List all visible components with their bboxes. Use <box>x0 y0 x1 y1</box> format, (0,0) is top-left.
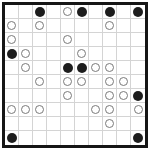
cell-r10c9[interactable] <box>117 131 131 145</box>
cell-r3c8[interactable] <box>103 33 117 47</box>
cell-r1c10[interactable] <box>131 5 145 19</box>
cell-r8c8[interactable] <box>103 103 117 117</box>
cell-r5c4[interactable] <box>47 61 61 75</box>
cell-r2c3[interactable] <box>33 19 47 33</box>
cell-r6c5[interactable] <box>61 75 75 89</box>
cell-r7c2[interactable] <box>19 89 33 103</box>
cell-r10c7[interactable] <box>89 131 103 145</box>
white-circle <box>7 21 16 30</box>
masyu-board <box>2 2 148 148</box>
white-circle <box>119 77 128 86</box>
cell-r10c10[interactable] <box>131 131 145 145</box>
cell-r1c1[interactable] <box>5 5 19 19</box>
cell-r9c9[interactable] <box>117 117 131 131</box>
cell-r3c5[interactable] <box>61 33 75 47</box>
cell-r7c3[interactable] <box>33 89 47 103</box>
cell-r9c4[interactable] <box>47 117 61 131</box>
cell-r3c9[interactable] <box>117 33 131 47</box>
cell-r2c6[interactable] <box>75 19 89 33</box>
cell-r6c8[interactable] <box>103 75 117 89</box>
cell-r10c2[interactable] <box>19 131 33 145</box>
cell-r3c7[interactable] <box>89 33 103 47</box>
cell-r2c1[interactable] <box>5 19 19 33</box>
cell-r4c5[interactable] <box>61 47 75 61</box>
cell-r1c5[interactable] <box>61 5 75 19</box>
cell-r2c8[interactable] <box>103 19 117 33</box>
black-circle <box>105 7 115 17</box>
cell-r9c8[interactable] <box>103 117 117 131</box>
white-circle <box>105 105 114 114</box>
cell-r6c6[interactable] <box>75 75 89 89</box>
white-circle <box>35 105 44 114</box>
cell-r3c6[interactable] <box>75 33 89 47</box>
cell-r1c2[interactable] <box>19 5 33 19</box>
cell-r6c3[interactable] <box>33 75 47 89</box>
cell-r5c10[interactable] <box>131 61 145 75</box>
cell-r8c3[interactable] <box>33 103 47 117</box>
cell-r6c4[interactable] <box>47 75 61 89</box>
cell-r5c7[interactable] <box>89 61 103 75</box>
cell-r7c1[interactable] <box>5 89 19 103</box>
white-circle <box>35 77 44 86</box>
cell-r10c4[interactable] <box>47 131 61 145</box>
cell-r5c1[interactable] <box>5 61 19 75</box>
black-circle <box>133 91 143 101</box>
cell-r7c7[interactable] <box>89 89 103 103</box>
white-circle <box>63 35 72 44</box>
cell-r2c7[interactable] <box>89 19 103 33</box>
cell-r4c4[interactable] <box>47 47 61 61</box>
cell-r2c5[interactable] <box>61 19 75 33</box>
cell-r4c10[interactable] <box>131 47 145 61</box>
white-circle <box>91 105 100 114</box>
cell-r7c10[interactable] <box>131 89 145 103</box>
white-circle <box>134 105 143 114</box>
cell-r9c6[interactable] <box>75 117 89 131</box>
black-circle <box>77 7 87 17</box>
white-circle <box>63 77 72 86</box>
cell-r9c1[interactable] <box>5 117 19 131</box>
black-circle <box>7 133 17 143</box>
cell-r1c3[interactable] <box>33 5 47 19</box>
cell-r4c7[interactable] <box>89 47 103 61</box>
cell-r6c1[interactable] <box>5 75 19 89</box>
cell-r3c4[interactable] <box>47 33 61 47</box>
cell-r9c3[interactable] <box>33 117 47 131</box>
cell-r5c5[interactable] <box>61 61 75 75</box>
white-circle <box>119 91 128 100</box>
white-circle <box>21 63 30 72</box>
cell-r2c10[interactable] <box>131 19 145 33</box>
cell-r5c6[interactable] <box>75 61 89 75</box>
black-circle <box>77 63 87 73</box>
cell-r8c7[interactable] <box>89 103 103 117</box>
cell-r5c2[interactable] <box>19 61 33 75</box>
cell-r4c3[interactable] <box>33 47 47 61</box>
cell-r3c3[interactable] <box>33 33 47 47</box>
cell-r6c7[interactable] <box>89 75 103 89</box>
white-circle <box>105 119 114 128</box>
cell-r7c9[interactable] <box>117 89 131 103</box>
white-circle <box>63 7 72 16</box>
cell-r10c5[interactable] <box>61 131 75 145</box>
cell-r6c2[interactable] <box>19 75 33 89</box>
white-circle <box>77 77 86 86</box>
cell-r4c9[interactable] <box>117 47 131 61</box>
cell-r7c4[interactable] <box>47 89 61 103</box>
cell-r1c7[interactable] <box>89 5 103 19</box>
cell-r8c5[interactable] <box>61 103 75 117</box>
cell-r6c9[interactable] <box>117 75 131 89</box>
white-circle <box>105 21 114 30</box>
cell-r2c4[interactable] <box>47 19 61 33</box>
cell-r8c9[interactable] <box>117 103 131 117</box>
cell-r9c2[interactable] <box>19 117 33 131</box>
white-circle <box>91 63 100 72</box>
white-circle <box>7 35 16 44</box>
cell-r8c6[interactable] <box>75 103 89 117</box>
cell-r8c10[interactable] <box>131 103 145 117</box>
white-circle <box>105 77 114 86</box>
cell-r3c1[interactable] <box>5 33 19 47</box>
cell-r1c8[interactable] <box>103 5 117 19</box>
cell-r8c2[interactable] <box>19 103 33 117</box>
cell-r3c2[interactable] <box>19 33 33 47</box>
cell-r2c2[interactable] <box>19 19 33 33</box>
black-circle <box>133 7 143 17</box>
cell-r8c4[interactable] <box>47 103 61 117</box>
cell-r7c5[interactable] <box>61 89 75 103</box>
cell-r4c6[interactable] <box>75 47 89 61</box>
cell-r10c1[interactable] <box>5 131 19 145</box>
cell-r10c6[interactable] <box>75 131 89 145</box>
black-circle <box>133 133 143 143</box>
puzzle-screen <box>0 0 150 150</box>
cell-r10c3[interactable] <box>33 131 47 145</box>
cell-r1c6[interactable] <box>75 5 89 19</box>
black-circle <box>35 7 45 17</box>
cell-r10c8[interactable] <box>103 131 117 145</box>
white-circle <box>63 91 72 100</box>
white-circle <box>21 49 30 58</box>
white-circle <box>21 105 30 114</box>
cell-r8c1[interactable] <box>5 103 19 117</box>
white-circle <box>105 63 114 72</box>
cell-r5c3[interactable] <box>33 61 47 75</box>
cell-r5c9[interactable] <box>117 61 131 75</box>
cell-r9c10[interactable] <box>131 117 145 131</box>
cell-r5c8[interactable] <box>103 61 117 75</box>
black-circle <box>63 63 73 73</box>
cell-r3c10[interactable] <box>131 33 145 47</box>
cell-r2c9[interactable] <box>117 19 131 33</box>
cell-r9c7[interactable] <box>89 117 103 131</box>
cell-r7c6[interactable] <box>75 89 89 103</box>
white-circle <box>35 21 44 30</box>
cell-r4c8[interactable] <box>103 47 117 61</box>
cell-r4c1[interactable] <box>5 47 19 61</box>
cell-r7c8[interactable] <box>103 89 117 103</box>
cell-r1c9[interactable] <box>117 5 131 19</box>
cell-r4c2[interactable] <box>19 47 33 61</box>
cell-r6c10[interactable] <box>131 75 145 89</box>
black-circle <box>7 49 17 59</box>
white-circle <box>77 49 86 58</box>
white-circle <box>7 105 16 114</box>
cell-r1c4[interactable] <box>47 5 61 19</box>
cell-r9c5[interactable] <box>61 117 75 131</box>
white-circle <box>105 91 114 100</box>
